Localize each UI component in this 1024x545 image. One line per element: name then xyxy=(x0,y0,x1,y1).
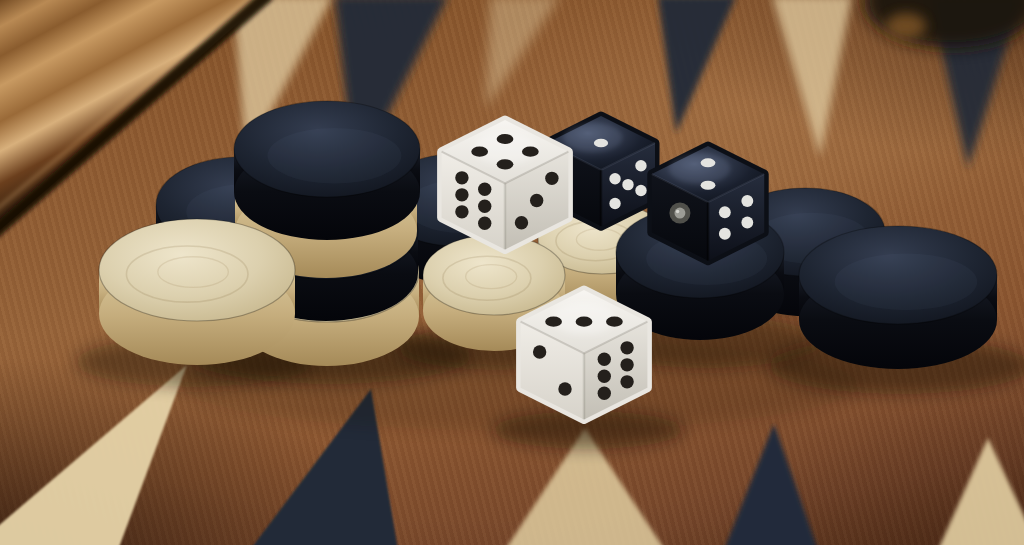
board-point-bottom-1 xyxy=(0,365,187,545)
board-point-bottom-5 xyxy=(938,438,1024,545)
board-point-bottom-4 xyxy=(724,424,818,545)
backgammon-photo xyxy=(0,0,1024,545)
white-die-1 xyxy=(442,120,569,249)
board-point-top-4 xyxy=(658,0,736,133)
board-scene xyxy=(0,0,1024,545)
black-die-2 xyxy=(652,146,764,261)
checker-black-front-right xyxy=(799,226,997,369)
white-die-2 xyxy=(521,290,648,419)
board-point-top-5 xyxy=(772,0,852,157)
checker-stack-black-top xyxy=(234,101,420,240)
checker-white-front-left xyxy=(99,219,295,365)
board-point-top-3 xyxy=(486,0,560,108)
